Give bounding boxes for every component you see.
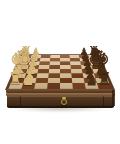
chess-set-photo: ♜♞♝♛♚♝♞♜♟♟♟♟♟♟♟♟♟♟♟♟♟♟♟♟♜♞♝♛♚♝♞♜ <box>0 0 120 144</box>
case-right-side <box>112 90 115 106</box>
drawer-seam <box>103 96 104 107</box>
board-squares-grid <box>9 55 112 89</box>
drawer-seam <box>20 96 21 107</box>
chess-board <box>5 54 115 90</box>
case-bottom-edge <box>7 106 114 108</box>
brass-ring-handle-icon <box>61 99 68 106</box>
board-square <box>60 83 73 89</box>
board-square <box>47 83 60 89</box>
board-square <box>72 83 85 89</box>
board-square <box>34 83 47 89</box>
board-square <box>97 83 112 89</box>
